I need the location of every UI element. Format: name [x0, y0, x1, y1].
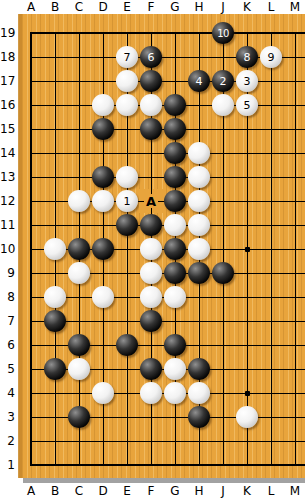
marker-dash [139, 201, 144, 202]
stone-white-F10 [140, 238, 162, 260]
stone-black-C10 [68, 238, 90, 260]
stone-white-F9 [140, 262, 162, 284]
marker-dash [151, 208, 152, 213]
row-label-11: 11 [0, 218, 15, 232]
stone-white-H11 [188, 214, 210, 236]
move-10-stone-black-J19: 10 [212, 22, 234, 44]
marker-dash [151, 189, 152, 194]
stone-white-D8 [92, 286, 114, 308]
row-label-14: 14 [0, 146, 15, 160]
row-label-18: 18 [0, 50, 15, 64]
stone-white-E16 [116, 94, 138, 116]
stone-white-E13 [116, 166, 138, 188]
col-label-top-K: K [235, 0, 259, 14]
stone-black-E6 [116, 334, 138, 356]
stone-white-F16 [140, 94, 162, 116]
col-label-top-A: A [19, 0, 43, 14]
stone-black-B5 [44, 358, 66, 380]
col-label-bottom-L: L [259, 484, 283, 498]
stone-white-H10 [188, 238, 210, 260]
col-label-bottom-M: M [283, 484, 305, 498]
stone-black-H3 [188, 406, 210, 428]
stone-white-G11 [164, 214, 186, 236]
stone-white-H4 [188, 382, 210, 404]
marker-dash [158, 201, 163, 202]
col-label-top-G: G [163, 0, 187, 14]
stone-white-B8 [44, 286, 66, 308]
move-4-stone-black-H17: 4 [188, 70, 210, 92]
col-label-bottom-H: H [187, 484, 211, 498]
stone-black-G12 [164, 190, 186, 212]
row-label-17: 17 [0, 74, 15, 88]
row-label-12: 12 [0, 194, 15, 208]
stone-white-D16 [92, 94, 114, 116]
col-label-top-B: B [43, 0, 67, 14]
marker-label: A [146, 194, 156, 209]
stone-white-H13 [188, 166, 210, 188]
col-label-bottom-G: G [163, 484, 187, 498]
row-label-6: 6 [0, 338, 15, 352]
stone-black-F5 [140, 358, 162, 380]
row-label-1: 1 [0, 458, 15, 472]
stone-black-H9 [188, 262, 210, 284]
stone-black-C3 [68, 406, 90, 428]
col-label-top-D: D [91, 0, 115, 14]
row-label-5: 5 [0, 362, 15, 376]
move-3-stone-white-K17: 3 [236, 70, 258, 92]
stone-black-F17 [140, 70, 162, 92]
col-label-top-H: H [187, 0, 211, 14]
col-label-bottom-A: A [19, 484, 43, 498]
stone-black-F11 [140, 214, 162, 236]
col-label-bottom-J: J [211, 484, 235, 498]
stone-white-J16 [212, 94, 234, 116]
stone-white-D4 [92, 382, 114, 404]
row-label-13: 13 [0, 170, 15, 184]
col-label-top-J: J [211, 0, 235, 14]
stone-black-G10 [164, 238, 186, 260]
col-label-bottom-D: D [91, 484, 115, 498]
stone-black-E11 [116, 214, 138, 236]
stone-white-H12 [188, 190, 210, 212]
row-label-10: 10 [0, 242, 15, 256]
stone-white-E17 [116, 70, 138, 92]
stone-black-J9 [212, 262, 234, 284]
row-label-15: 15 [0, 122, 15, 136]
move-5-stone-white-K16: 5 [236, 94, 258, 116]
row-label-3: 3 [0, 410, 15, 424]
row-label-19: 19 [0, 26, 15, 40]
col-label-bottom-B: B [43, 484, 67, 498]
col-label-top-C: C [67, 0, 91, 14]
stone-white-C12 [68, 190, 90, 212]
stone-white-F8 [140, 286, 162, 308]
col-label-bottom-E: E [115, 484, 139, 498]
col-label-top-L: L [259, 0, 283, 14]
move-9-stone-white-L18: 9 [260, 46, 282, 68]
stone-white-G8 [164, 286, 186, 308]
move-1-stone-white-E12: 1 [116, 190, 138, 212]
stone-black-C6 [68, 334, 90, 356]
stone-black-G16 [164, 94, 186, 116]
row-label-16: 16 [0, 98, 15, 112]
stone-black-D10 [92, 238, 114, 260]
row-label-7: 7 [0, 314, 15, 328]
go-diagram: ABCDEFGHJKLM ABCDEFGHJKLM 19181716151413… [0, 0, 305, 500]
stone-black-F7 [140, 310, 162, 332]
stone-black-G9 [164, 262, 186, 284]
stone-black-G6 [164, 334, 186, 356]
stone-white-F4 [140, 382, 162, 404]
row-label-4: 4 [0, 386, 15, 400]
stone-white-B10 [44, 238, 66, 260]
marker-A-F12[interactable]: A [139, 189, 163, 213]
row-label-8: 8 [0, 290, 15, 304]
stone-white-G4 [164, 382, 186, 404]
stone-black-D13 [92, 166, 114, 188]
col-label-top-M: M [283, 0, 305, 14]
stone-white-D12 [92, 190, 114, 212]
stone-white-H14 [188, 142, 210, 164]
stone-white-K3 [236, 406, 258, 428]
stone-black-B7 [44, 310, 66, 332]
row-label-2: 2 [0, 434, 15, 448]
stone-black-D15 [92, 118, 114, 140]
move-8-stone-black-K18: 8 [236, 46, 258, 68]
col-label-bottom-C: C [67, 484, 91, 498]
stone-black-G15 [164, 118, 186, 140]
stone-white-C5 [68, 358, 90, 380]
stones-layer: 10768942351A [19, 21, 305, 477]
stone-white-C9 [68, 262, 90, 284]
row-label-9: 9 [0, 266, 15, 280]
col-label-bottom-F: F [139, 484, 163, 498]
col-label-bottom-K: K [235, 484, 259, 498]
stone-black-G14 [164, 142, 186, 164]
col-label-top-E: E [115, 0, 139, 14]
col-label-top-F: F [139, 0, 163, 14]
move-6-stone-black-F18: 6 [140, 46, 162, 68]
stone-white-G5 [164, 358, 186, 380]
stone-black-H5 [188, 358, 210, 380]
stone-black-G13 [164, 166, 186, 188]
move-2-stone-black-J17: 2 [212, 70, 234, 92]
board-shadow [23, 478, 305, 483]
move-7-stone-white-E18: 7 [116, 46, 138, 68]
stone-black-F15 [140, 118, 162, 140]
